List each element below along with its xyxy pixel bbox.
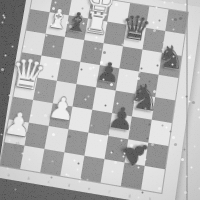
square-h6	[159, 53, 182, 78]
square-h1	[141, 166, 165, 193]
chessboard-photo: ♚♝♝♜♛♞♟♛♞♟♟♟♟ ©USCHESS abcdefgh ♘···	[0, 0, 200, 200]
file-label: h	[139, 193, 161, 200]
square-h8	[165, 9, 188, 34]
square-h3	[148, 120, 171, 146]
square-h5	[155, 75, 178, 101]
square-h7	[162, 31, 185, 56]
file-label: g	[119, 189, 141, 200]
logo-stars: ···	[15, 137, 22, 142]
board-playing-area: ♚♝♝♜♛♞♟♛♞♟♟♟♟	[0, 0, 188, 193]
chess-board: ♚♝♝♜♛♞♟♛♞♟♟♟♟ ©USCHESS abcdefgh ♘···	[0, 0, 200, 200]
square-h2	[145, 143, 169, 170]
square-h4	[152, 97, 175, 123]
table-seam-line	[186, 0, 188, 200]
